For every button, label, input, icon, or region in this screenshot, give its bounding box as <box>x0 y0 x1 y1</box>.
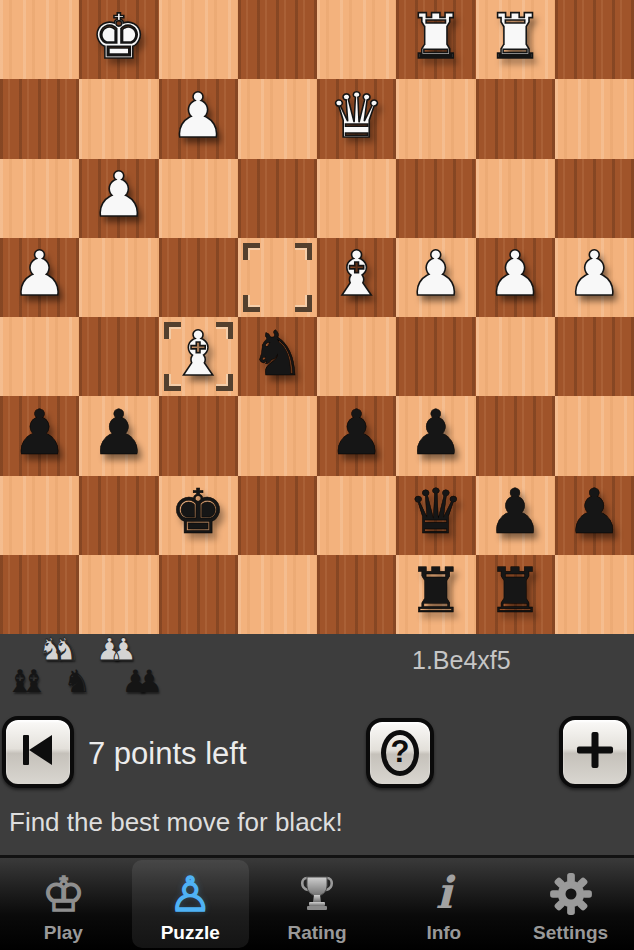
board-square[interactable]: ♜ <box>476 0 555 79</box>
board-square[interactable] <box>555 317 634 396</box>
board-square[interactable] <box>476 79 555 158</box>
board-square[interactable] <box>238 79 317 158</box>
white-pawn: ♟ <box>91 164 147 226</box>
app-screen: ♚♜♜♟♛♟♟♝♟♟♟♝♞♟♟♟♟♚♛♟♟♜♜ ♞♞ ♟♟ ♝♝ ♞ ♟♟ 1.… <box>0 0 634 950</box>
board-square[interactable] <box>396 79 475 158</box>
white-queen: ♛ <box>329 85 385 147</box>
captured-white-pawns: ♟♟ <box>96 632 138 666</box>
board-square[interactable] <box>79 317 158 396</box>
question-mark-icon: ? <box>381 730 419 776</box>
highlight-corner <box>295 295 312 312</box>
board-square[interactable]: ♚ <box>79 0 158 79</box>
tab-puzzle[interactable]: ♙ Puzzle <box>127 858 254 950</box>
board-square[interactable] <box>0 0 79 79</box>
pawn-icon: ♙ <box>169 866 212 922</box>
white-rook: ♜ <box>408 6 464 68</box>
board-square[interactable]: ♝ <box>159 317 238 396</box>
board-square[interactable] <box>238 238 317 317</box>
white-king: ♚ <box>91 6 147 68</box>
white-pawn: ♟ <box>487 243 543 305</box>
board-square[interactable]: ♟ <box>317 396 396 475</box>
board-square[interactable] <box>238 0 317 79</box>
board-square[interactable] <box>159 555 238 634</box>
board-square[interactable] <box>476 159 555 238</box>
points-left-label: 7 points left <box>88 736 247 772</box>
tab-play[interactable]: ♔ Play <box>0 858 127 950</box>
back-to-start-button[interactable] <box>2 716 74 788</box>
captured-white-knights: ♞♞ <box>38 632 80 666</box>
board-square[interactable] <box>555 79 634 158</box>
black-pawn: ♟ <box>12 402 68 464</box>
white-pawn: ♟ <box>170 85 226 147</box>
board-square[interactable] <box>159 0 238 79</box>
black-knight: ♞ <box>250 323 306 385</box>
board-square[interactable] <box>555 159 634 238</box>
black-pawn: ♟ <box>408 402 464 464</box>
captured-black-row: ♝♝ ♞ ♟♟ <box>0 664 179 698</box>
captured-black-bishops: ♝♝ <box>6 664 48 698</box>
board-square[interactable] <box>555 555 634 634</box>
board-square[interactable]: ♟ <box>555 238 634 317</box>
board-square[interactable] <box>476 396 555 475</box>
help-button[interactable]: ? <box>366 718 434 788</box>
board-square[interactable] <box>79 238 158 317</box>
board-square[interactable] <box>317 555 396 634</box>
board-square[interactable] <box>317 317 396 396</box>
highlight-corner <box>295 243 312 260</box>
board-square[interactable] <box>396 159 475 238</box>
board-square[interactable]: ♟ <box>159 79 238 158</box>
black-queen: ♛ <box>408 481 464 543</box>
black-pawn: ♟ <box>567 481 623 543</box>
board-square[interactable]: ♟ <box>0 238 79 317</box>
board-square[interactable]: ♟ <box>79 396 158 475</box>
board-square[interactable] <box>159 238 238 317</box>
white-pawn: ♟ <box>567 243 623 305</box>
board-square[interactable] <box>0 555 79 634</box>
board-square[interactable] <box>159 159 238 238</box>
board-square[interactable]: ♟ <box>0 396 79 475</box>
captured-tray: ♞♞ ♟♟ ♝♝ ♞ ♟♟ 1.Be4xf5 <box>0 634 634 714</box>
board-square[interactable] <box>0 476 79 555</box>
captured-black-knight: ♞ <box>64 664 92 698</box>
board-square[interactable] <box>238 159 317 238</box>
tab-bar: ♔ Play ♙ Puzzle <box>0 855 634 950</box>
crown-icon: ♔ <box>42 866 85 922</box>
board-square[interactable] <box>0 79 79 158</box>
trophy-icon <box>296 866 338 922</box>
black-king: ♚ <box>170 481 226 543</box>
board-square[interactable]: ♜ <box>476 555 555 634</box>
white-bishop: ♝ <box>329 243 385 305</box>
black-pawn: ♟ <box>487 481 543 543</box>
chess-board[interactable]: ♚♜♜♟♛♟♟♝♟♟♟♝♞♟♟♟♟♚♛♟♟♜♜ <box>0 0 634 634</box>
tab-rating[interactable]: Rating <box>254 858 381 950</box>
board-square[interactable] <box>159 396 238 475</box>
board-square[interactable] <box>396 317 475 396</box>
board-square[interactable]: ♛ <box>396 476 475 555</box>
board-square[interactable]: ♟ <box>476 476 555 555</box>
black-rook: ♜ <box>408 560 464 622</box>
plus-icon <box>573 728 617 776</box>
board-square[interactable] <box>555 0 634 79</box>
skip-to-start-icon <box>18 730 58 774</box>
board-square[interactable]: ♚ <box>159 476 238 555</box>
board-square[interactable]: ♜ <box>396 555 475 634</box>
highlight-corner <box>243 243 260 260</box>
captured-black-pawns: ♟♟ <box>121 664 163 698</box>
board-square[interactable] <box>317 159 396 238</box>
white-pawn: ♟ <box>12 243 68 305</box>
board-square[interactable] <box>79 79 158 158</box>
black-pawn: ♟ <box>91 402 147 464</box>
board-square[interactable] <box>79 476 158 555</box>
board-square[interactable]: ♜ <box>396 0 475 79</box>
board-square[interactable]: ♟ <box>396 396 475 475</box>
add-button[interactable] <box>559 716 631 788</box>
board-square[interactable] <box>238 396 317 475</box>
board-square[interactable] <box>555 396 634 475</box>
board-square[interactable] <box>238 476 317 555</box>
info-icon: i <box>435 866 452 922</box>
highlight-corner <box>243 295 260 312</box>
move-notation: 1.Be4xf5 <box>412 646 511 675</box>
board-square[interactable] <box>238 555 317 634</box>
board-square[interactable] <box>317 476 396 555</box>
board-square[interactable]: ♟ <box>555 476 634 555</box>
tab-info[interactable]: i Info <box>380 858 507 950</box>
white-bishop: ♝ <box>170 323 226 385</box>
board-square[interactable] <box>476 317 555 396</box>
white-rook: ♜ <box>487 6 543 68</box>
white-pawn: ♟ <box>408 243 464 305</box>
board-square[interactable]: ♟ <box>396 238 475 317</box>
captured-white-row: ♞♞ ♟♟ <box>0 632 153 666</box>
control-bar: 7 points left ? <box>0 714 634 792</box>
board-square[interactable] <box>79 555 158 634</box>
board-square[interactable]: ♟ <box>476 238 555 317</box>
board-square[interactable]: ♞ <box>238 317 317 396</box>
black-rook: ♜ <box>487 560 543 622</box>
board-square[interactable]: ♛ <box>317 79 396 158</box>
board-square[interactable]: ♝ <box>317 238 396 317</box>
instruction-text: Find the best move for black! <box>0 792 634 852</box>
board-square[interactable] <box>0 159 79 238</box>
gear-icon <box>549 866 593 922</box>
board-square[interactable]: ♟ <box>79 159 158 238</box>
board-square[interactable] <box>317 0 396 79</box>
board-square[interactable] <box>0 317 79 396</box>
black-pawn: ♟ <box>329 402 385 464</box>
tab-settings[interactable]: Settings <box>507 858 634 950</box>
